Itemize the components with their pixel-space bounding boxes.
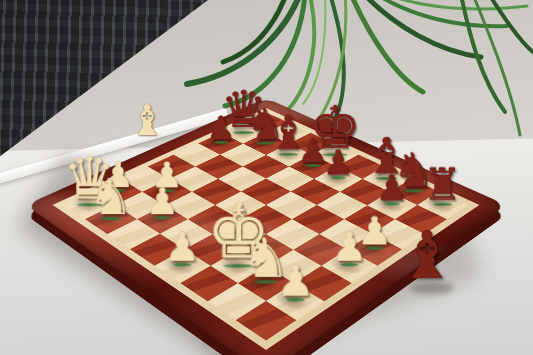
red-pawn-glyph: ♟ (206, 112, 235, 144)
captured-red-bishop-on-table[interactable]: ♝ (397, 223, 456, 289)
red-pawn-glyph: ♟ (376, 170, 408, 206)
square-a1[interactable] (236, 301, 297, 341)
red-rook-glyph: ♜ (423, 163, 462, 207)
captured-white-bishop-on-table[interactable]: ♝ (128, 100, 166, 142)
white-pawn-glyph: ♟ (164, 228, 200, 268)
white-pawn-glyph: ♟ (332, 228, 368, 268)
white-knight-glyph: ♞ (89, 172, 133, 221)
chess-photo-scene: ♝ ♛♞♟♚♝♟♝♟♞♟♟♜♟♛♟♞♟♟♟♚♟♞♟ ♝ (0, 0, 533, 355)
red-pawn-glyph: ♟ (323, 146, 354, 180)
white-pawn-glyph: ♟ (146, 184, 179, 221)
white-pawn-glyph: ♟ (277, 261, 315, 303)
